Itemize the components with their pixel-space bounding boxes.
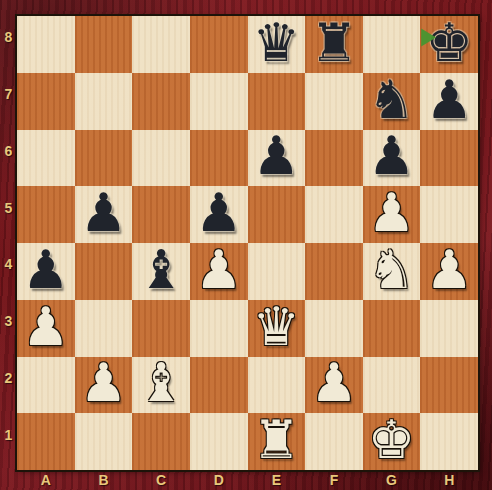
white-knight-g4[interactable]: ♞	[368, 243, 416, 296]
file-label-d: D	[190, 470, 248, 490]
file-label-c: C	[132, 470, 190, 490]
square-h4[interactable]: ♟	[420, 243, 478, 300]
square-e7[interactable]	[248, 73, 306, 130]
white-rook-e1[interactable]: ♜	[253, 413, 301, 466]
black-rook-f8[interactable]: ♜	[310, 16, 358, 69]
square-d6[interactable]	[190, 130, 248, 187]
square-d3[interactable]	[190, 300, 248, 357]
white-pawn-b2[interactable]: ♟	[80, 356, 128, 409]
square-a7[interactable]	[17, 73, 75, 130]
square-c8[interactable]	[132, 16, 190, 73]
square-g7[interactable]: ♞	[363, 73, 421, 130]
square-d1[interactable]	[190, 413, 248, 470]
square-a5[interactable]	[17, 186, 75, 243]
white-pawn-h4[interactable]: ♟	[425, 243, 473, 296]
square-g5[interactable]: ♟	[363, 186, 421, 243]
rank-label-5: 5	[0, 179, 17, 236]
square-e8[interactable]: ♛	[248, 16, 306, 73]
black-king-h8[interactable]: ♚	[425, 16, 473, 69]
square-h7[interactable]: ♟	[420, 73, 478, 130]
square-d4[interactable]: ♟	[190, 243, 248, 300]
square-h6[interactable]	[420, 130, 478, 187]
square-c7[interactable]	[132, 73, 190, 130]
file-label-a: A	[17, 470, 75, 490]
square-h3[interactable]	[420, 300, 478, 357]
white-bishop-c2[interactable]: ♝	[137, 356, 185, 409]
square-a6[interactable]	[17, 130, 75, 187]
square-g4[interactable]: ♞	[363, 243, 421, 300]
square-f7[interactable]	[305, 73, 363, 130]
black-pawn-e6[interactable]: ♟	[253, 129, 301, 182]
square-c3[interactable]	[132, 300, 190, 357]
square-f2[interactable]: ♟	[305, 357, 363, 414]
square-b4[interactable]	[75, 243, 133, 300]
square-f5[interactable]	[305, 186, 363, 243]
square-b6[interactable]	[75, 130, 133, 187]
white-pawn-d4[interactable]: ♟	[195, 243, 243, 296]
file-label-e: E	[248, 470, 306, 490]
white-queen-e3[interactable]: ♛	[253, 300, 301, 353]
square-h5[interactable]	[420, 186, 478, 243]
square-c6[interactable]	[132, 130, 190, 187]
square-f1[interactable]	[305, 413, 363, 470]
white-king-g1[interactable]: ♚	[368, 413, 416, 466]
square-f6[interactable]	[305, 130, 363, 187]
square-b3[interactable]	[75, 300, 133, 357]
file-label-h: H	[420, 470, 478, 490]
square-f8[interactable]: ♜	[305, 16, 363, 73]
square-a3[interactable]: ♟	[17, 300, 75, 357]
square-b7[interactable]	[75, 73, 133, 130]
square-a4[interactable]: ♟	[17, 243, 75, 300]
black-pawn-g6[interactable]: ♟	[368, 129, 416, 182]
square-c1[interactable]	[132, 413, 190, 470]
rank-label-3: 3	[0, 293, 17, 350]
square-a1[interactable]	[17, 413, 75, 470]
square-h1[interactable]	[420, 413, 478, 470]
rank-label-1: 1	[0, 406, 17, 463]
square-b1[interactable]	[75, 413, 133, 470]
square-e2[interactable]	[248, 357, 306, 414]
file-label-f: F	[305, 470, 363, 490]
rank-label-6: 6	[0, 123, 17, 180]
square-b2[interactable]: ♟	[75, 357, 133, 414]
square-b5[interactable]: ♟	[75, 186, 133, 243]
square-c2[interactable]: ♝	[132, 357, 190, 414]
square-e4[interactable]	[248, 243, 306, 300]
rank-label-7: 7	[0, 66, 17, 123]
square-a8[interactable]	[17, 16, 75, 73]
white-pawn-g5[interactable]: ♟	[368, 186, 416, 239]
square-a2[interactable]	[17, 357, 75, 414]
black-queen-e8[interactable]: ♛	[253, 16, 301, 69]
square-f4[interactable]	[305, 243, 363, 300]
square-g6[interactable]: ♟	[363, 130, 421, 187]
black-pawn-d5[interactable]: ♟	[195, 186, 243, 239]
black-pawn-b5[interactable]: ♟	[80, 186, 128, 239]
square-d8[interactable]	[190, 16, 248, 73]
square-g3[interactable]	[363, 300, 421, 357]
square-g8[interactable]	[363, 16, 421, 73]
file-labels: ABCDEFGH	[17, 470, 478, 490]
square-d2[interactable]	[190, 357, 248, 414]
file-label-g: G	[363, 470, 421, 490]
board-frame: 87654321 ♛♜♚♞♟♟♟♟♟♟♟♝♟♞♟♟♛♟♝♟♜♚ ABCDEFGH	[0, 0, 492, 490]
square-f3[interactable]	[305, 300, 363, 357]
white-pawn-f2[interactable]: ♟	[310, 356, 358, 409]
square-e6[interactable]: ♟	[248, 130, 306, 187]
black-knight-g7[interactable]: ♞	[368, 73, 416, 126]
file-label-b: B	[75, 470, 133, 490]
square-c5[interactable]	[132, 186, 190, 243]
rank-labels: 87654321	[0, 16, 17, 470]
black-bishop-c4[interactable]: ♝	[137, 243, 185, 296]
square-h2[interactable]	[420, 357, 478, 414]
square-h8[interactable]: ♚	[420, 16, 478, 73]
black-pawn-h7[interactable]: ♟	[425, 73, 473, 126]
black-pawn-a4[interactable]: ♟	[22, 243, 70, 296]
square-g2[interactable]	[363, 357, 421, 414]
rank-label-8: 8	[0, 9, 17, 66]
rank-label-2: 2	[0, 350, 17, 407]
square-e1[interactable]: ♜	[248, 413, 306, 470]
chess-board: ♛♜♚♞♟♟♟♟♟♟♟♝♟♞♟♟♛♟♝♟♜♚	[17, 16, 478, 470]
square-c4[interactable]: ♝	[132, 243, 190, 300]
square-e3[interactable]: ♛	[248, 300, 306, 357]
square-g1[interactable]: ♚	[363, 413, 421, 470]
rank-label-4: 4	[0, 236, 17, 293]
square-d5[interactable]: ♟	[190, 186, 248, 243]
square-e5[interactable]	[248, 186, 306, 243]
white-pawn-a3[interactable]: ♟	[22, 300, 70, 353]
square-d7[interactable]	[190, 73, 248, 130]
square-b8[interactable]	[75, 16, 133, 73]
